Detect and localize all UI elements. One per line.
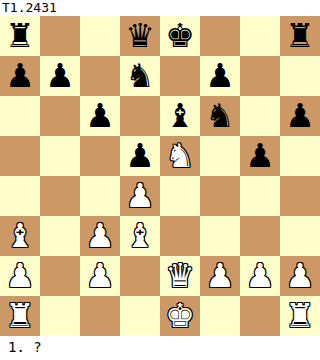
square-a1[interactable]: ♜ xyxy=(0,296,40,336)
square-f4[interactable] xyxy=(200,176,240,216)
square-f7[interactable]: ♟ xyxy=(200,56,240,96)
square-b8[interactable] xyxy=(40,16,80,56)
piece-white-pawn[interactable]: ♟ xyxy=(245,256,275,296)
square-h7[interactable] xyxy=(280,56,320,96)
square-c8[interactable] xyxy=(80,16,120,56)
square-b6[interactable] xyxy=(40,96,80,136)
square-h5[interactable] xyxy=(280,136,320,176)
piece-white-pawn[interactable]: ♟ xyxy=(205,256,235,296)
square-f8[interactable] xyxy=(200,16,240,56)
square-e2[interactable]: ♛ xyxy=(160,256,200,296)
square-h2[interactable]: ♟ xyxy=(280,256,320,296)
square-e6[interactable]: ♝ xyxy=(160,96,200,136)
square-g1[interactable] xyxy=(240,296,280,336)
piece-black-rook[interactable]: ♜ xyxy=(285,16,315,56)
chess-board: ♜♛♚♜♟♟♞♟♟♝♞♟♟♞♟♟♝♟♝♟♟♛♟♟♟♜♚♜ xyxy=(0,16,320,336)
square-a5[interactable] xyxy=(0,136,40,176)
square-c1[interactable] xyxy=(80,296,120,336)
square-g6[interactable] xyxy=(240,96,280,136)
piece-white-pawn[interactable]: ♟ xyxy=(85,216,115,256)
piece-white-bishop[interactable]: ♝ xyxy=(5,216,35,256)
piece-black-pawn[interactable]: ♟ xyxy=(85,96,115,136)
piece-white-queen[interactable]: ♛ xyxy=(165,256,195,296)
square-h4[interactable] xyxy=(280,176,320,216)
piece-white-rook[interactable]: ♜ xyxy=(5,296,35,336)
square-e3[interactable] xyxy=(160,216,200,256)
square-d4[interactable]: ♟ xyxy=(120,176,160,216)
move-prompt: 1. ? xyxy=(0,336,320,360)
square-d5[interactable]: ♟ xyxy=(120,136,160,176)
square-c2[interactable]: ♟ xyxy=(80,256,120,296)
square-e4[interactable] xyxy=(160,176,200,216)
square-b7[interactable]: ♟ xyxy=(40,56,80,96)
square-g4[interactable] xyxy=(240,176,280,216)
piece-white-pawn[interactable]: ♟ xyxy=(5,256,35,296)
piece-black-queen[interactable]: ♛ xyxy=(125,16,155,56)
piece-black-pawn[interactable]: ♟ xyxy=(5,56,35,96)
piece-white-pawn[interactable]: ♟ xyxy=(125,176,155,216)
square-c7[interactable] xyxy=(80,56,120,96)
piece-black-knight[interactable]: ♞ xyxy=(205,96,235,136)
square-d7[interactable]: ♞ xyxy=(120,56,160,96)
square-g8[interactable] xyxy=(240,16,280,56)
square-b5[interactable] xyxy=(40,136,80,176)
square-d1[interactable] xyxy=(120,296,160,336)
piece-white-rook[interactable]: ♜ xyxy=(285,296,315,336)
square-b2[interactable] xyxy=(40,256,80,296)
piece-white-pawn[interactable]: ♟ xyxy=(85,256,115,296)
square-f1[interactable] xyxy=(200,296,240,336)
square-a8[interactable]: ♜ xyxy=(0,16,40,56)
square-e7[interactable] xyxy=(160,56,200,96)
square-d2[interactable] xyxy=(120,256,160,296)
piece-black-pawn[interactable]: ♟ xyxy=(45,56,75,96)
square-c6[interactable]: ♟ xyxy=(80,96,120,136)
square-a6[interactable] xyxy=(0,96,40,136)
square-g5[interactable]: ♟ xyxy=(240,136,280,176)
square-h6[interactable]: ♟ xyxy=(280,96,320,136)
square-b1[interactable] xyxy=(40,296,80,336)
square-e8[interactable]: ♚ xyxy=(160,16,200,56)
square-g7[interactable] xyxy=(240,56,280,96)
piece-black-pawn[interactable]: ♟ xyxy=(205,56,235,96)
square-h1[interactable]: ♜ xyxy=(280,296,320,336)
square-d8[interactable]: ♛ xyxy=(120,16,160,56)
piece-black-pawn[interactable]: ♟ xyxy=(125,136,155,176)
piece-black-pawn[interactable]: ♟ xyxy=(285,96,315,136)
square-c4[interactable] xyxy=(80,176,120,216)
piece-white-king[interactable]: ♚ xyxy=(165,296,195,336)
square-a4[interactable] xyxy=(0,176,40,216)
piece-black-king[interactable]: ♚ xyxy=(165,16,195,56)
piece-black-rook[interactable]: ♜ xyxy=(5,16,35,56)
square-g2[interactable]: ♟ xyxy=(240,256,280,296)
square-a7[interactable]: ♟ xyxy=(0,56,40,96)
piece-black-knight[interactable]: ♞ xyxy=(125,56,155,96)
square-c3[interactable]: ♟ xyxy=(80,216,120,256)
square-c5[interactable] xyxy=(80,136,120,176)
puzzle-id: T1.2431 xyxy=(0,0,320,16)
square-e5[interactable]: ♞ xyxy=(160,136,200,176)
square-f2[interactable]: ♟ xyxy=(200,256,240,296)
square-f5[interactable] xyxy=(200,136,240,176)
piece-white-bishop[interactable]: ♝ xyxy=(125,216,155,256)
square-h3[interactable] xyxy=(280,216,320,256)
piece-black-pawn[interactable]: ♟ xyxy=(245,136,275,176)
square-g3[interactable] xyxy=(240,216,280,256)
piece-white-knight[interactable]: ♞ xyxy=(165,136,195,176)
square-a3[interactable]: ♝ xyxy=(0,216,40,256)
square-h8[interactable]: ♜ xyxy=(280,16,320,56)
square-f3[interactable] xyxy=(200,216,240,256)
square-a2[interactable]: ♟ xyxy=(0,256,40,296)
square-e1[interactable]: ♚ xyxy=(160,296,200,336)
piece-white-pawn[interactable]: ♟ xyxy=(285,256,315,296)
square-d6[interactable] xyxy=(120,96,160,136)
square-d3[interactable]: ♝ xyxy=(120,216,160,256)
square-f6[interactable]: ♞ xyxy=(200,96,240,136)
square-b4[interactable] xyxy=(40,176,80,216)
piece-black-bishop[interactable]: ♝ xyxy=(165,96,195,136)
square-b3[interactable] xyxy=(40,216,80,256)
